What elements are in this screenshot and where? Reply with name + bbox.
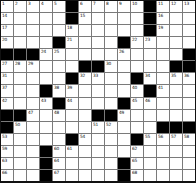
crossword-cell-r14c8[interactable] (105, 170, 117, 181)
crossword-cell-r1c7[interactable] (92, 13, 104, 24)
crossword-cell-r0c9[interactable]: 9 (118, 1, 130, 12)
black-cell-r9c7 (92, 110, 104, 121)
clue-number-6: 6 (80, 1, 82, 5)
clue-number-22: 22 (132, 37, 137, 41)
clue-number-35: 35 (171, 73, 176, 77)
crossword-cell-r4c10[interactable] (131, 49, 143, 60)
clue-number-62: 62 (132, 146, 137, 150)
black-cell-r6c10 (131, 73, 143, 84)
crossword-cell-r3c5[interactable]: 21 (66, 37, 78, 48)
crossword-cell-r7c1[interactable] (14, 85, 26, 96)
crossword-cell-r9c10[interactable] (131, 110, 143, 121)
crossword-cell-r0c10[interactable]: 10 (131, 1, 143, 12)
black-cell-r3c9 (118, 37, 130, 48)
black-cell-r8c4 (53, 98, 65, 109)
crossword-cell-r9c12[interactable] (157, 110, 169, 121)
crossword-cell-r2c9[interactable] (118, 25, 130, 36)
crossword-cell-r12c4[interactable]: 60 (53, 146, 65, 157)
crossword-cell-r12c5[interactable]: 61 (66, 146, 78, 157)
black-cell-r14c9 (118, 170, 130, 181)
crossword-cell-r4c8[interactable] (105, 49, 117, 60)
clue-number-59: 59 (2, 146, 7, 150)
clue-number-3: 3 (28, 1, 30, 5)
black-cell-r5c6 (79, 61, 91, 72)
crossword-cell-r10c4[interactable] (53, 122, 65, 133)
crossword-cell-r5c11[interactable] (144, 61, 156, 72)
crossword-cell-r1c13[interactable] (170, 13, 182, 24)
crossword-cell-r9c9[interactable]: 49 (118, 110, 130, 121)
black-cell-r9c8 (105, 110, 117, 121)
crossword-cell-r14c7[interactable] (92, 170, 104, 181)
crossword-cell-r11c1[interactable] (14, 134, 26, 145)
clue-number-50: 50 (15, 122, 20, 126)
black-cell-r5c13 (170, 61, 182, 72)
crossword-cell-r7c12[interactable]: 41 (157, 85, 169, 96)
crossword-cell-r10c10[interactable] (131, 122, 143, 133)
crossword-cell-r6c14[interactable]: 36 (183, 73, 195, 84)
crossword-cell-r10c9[interactable] (118, 122, 130, 133)
black-cell-r4c1 (14, 49, 26, 60)
crossword-cell-r6c11[interactable]: 34 (144, 73, 156, 84)
crossword-cell-r0c8[interactable]: 8 (105, 1, 117, 12)
clue-number-12: 12 (171, 1, 176, 5)
crossword-cell-r12c1[interactable] (14, 146, 26, 157)
crossword-cell-r10c1[interactable]: 50 (14, 122, 26, 133)
clue-number-29: 29 (28, 61, 33, 65)
crossword-cell-r13c6[interactable] (79, 158, 91, 169)
black-cell-r1c11 (144, 13, 156, 24)
crossword-cell-r1c1[interactable] (14, 13, 26, 24)
clue-number-14: 14 (2, 13, 7, 17)
crossword-cell-r11c3[interactable] (40, 134, 52, 145)
crossword-cell-r0c1[interactable]: 2 (14, 1, 26, 12)
crossword-cell-r11c13[interactable]: 57 (170, 134, 182, 145)
crossword-cell-r9c5[interactable] (66, 110, 78, 121)
crossword-cell-r2c4[interactable] (53, 25, 65, 36)
black-cell-r8c9 (118, 98, 130, 109)
crossword-cell-r11c7[interactable] (92, 134, 104, 145)
crossword-cell-r6c13[interactable]: 35 (170, 73, 182, 84)
clue-number-60: 60 (54, 146, 59, 150)
crossword-cell-r4c12[interactable] (157, 49, 169, 60)
clue-number-19: 19 (158, 25, 163, 29)
crossword-cell-r10c8[interactable]: 52 (105, 122, 117, 133)
crossword-cell-r8c8[interactable] (105, 98, 117, 109)
black-cell-r13c9 (118, 158, 130, 169)
black-cell-r4c2 (27, 49, 39, 60)
crossword-cell-r10c7[interactable]: 51 (92, 122, 104, 133)
crossword-cell-r7c7[interactable] (92, 85, 104, 96)
crossword-cell-r8c3[interactable]: 43 (40, 98, 52, 109)
black-cell-r13c3 (40, 158, 52, 169)
crossword-cell-r2c12[interactable]: 19 (157, 25, 169, 36)
crossword-cell-r11c0[interactable]: 53 (1, 134, 13, 145)
crossword-cell-r11c2[interactable] (27, 134, 39, 145)
crossword-cell-r10c5[interactable] (66, 122, 78, 133)
crossword-cell-r12c0[interactable]: 59 (1, 146, 13, 157)
black-cell-r5c7 (92, 61, 104, 72)
clue-number-68: 68 (132, 170, 137, 174)
clue-number-30: 30 (106, 61, 111, 65)
crossword-cell-r2c13[interactable] (170, 25, 182, 36)
crossword-cell-r3c13[interactable] (170, 37, 182, 48)
clue-number-40: 40 (132, 85, 137, 89)
crossword-cell-r5c1[interactable]: 28 (14, 61, 26, 72)
crossword-cell-r12c6[interactable] (79, 146, 91, 157)
clue-number-56: 56 (158, 134, 163, 138)
crossword-cell-r7c13[interactable] (170, 85, 182, 96)
clue-number-38: 38 (54, 85, 59, 89)
crossword-cell-r1c9[interactable] (118, 13, 130, 24)
crossword-cell-r8c5[interactable]: 44 (66, 98, 78, 109)
black-cell-r7c11 (144, 85, 156, 96)
crossword-cell-r4c3[interactable]: 24 (40, 49, 52, 60)
crossword-cell-r13c8[interactable] (105, 158, 117, 169)
crossword-cell-r10c3[interactable] (40, 122, 52, 133)
crossword-cell-r10c2[interactable] (27, 122, 39, 133)
clue-number-48: 48 (54, 110, 59, 114)
crossword-cell-r5c4[interactable] (53, 61, 65, 72)
crossword-cell-r11c4[interactable] (53, 134, 65, 145)
crossword-cell-r5c10[interactable] (131, 61, 143, 72)
clue-number-9: 9 (119, 1, 121, 5)
crossword-cell-r9c11[interactable] (144, 110, 156, 121)
crossword-cell-r5c9[interactable] (118, 61, 130, 72)
crossword-cell-r4c7[interactable] (92, 49, 104, 60)
crossword-cell-r9c14[interactable] (183, 110, 195, 121)
crossword-cell-r12c14[interactable] (183, 146, 195, 157)
crossword-cell-r0c13[interactable]: 12 (170, 1, 182, 12)
clue-number-17: 17 (2, 25, 7, 29)
crossword-cell-r1c6[interactable]: 15 (79, 13, 91, 24)
crossword-cell-r13c5[interactable] (66, 158, 78, 169)
crossword-cell-r6c9[interactable] (118, 73, 130, 84)
crossword-cell-r1c10[interactable] (131, 13, 143, 24)
crossword-cell-r11c9[interactable] (118, 134, 130, 145)
crossword-cell-r12c7[interactable] (92, 146, 104, 157)
crossword-cell-r11c12[interactable]: 56 (157, 134, 169, 145)
clue-number-65: 65 (132, 158, 137, 162)
crossword-cell-r3c3[interactable] (40, 37, 52, 48)
crossword-cell-r11c14[interactable]: 58 (183, 134, 195, 145)
clue-number-11: 11 (158, 1, 163, 5)
clue-number-28: 28 (15, 61, 20, 65)
clue-number-46: 46 (145, 98, 150, 102)
crossword-cell-r2c8[interactable] (105, 25, 117, 36)
crossword-cell-r13c13[interactable] (170, 158, 182, 169)
crossword-cell-r1c2[interactable] (27, 13, 39, 24)
crossword-cell-r4c5[interactable] (66, 49, 78, 60)
black-cell-r4c14 (183, 49, 195, 60)
crossword-cell-r0c7[interactable]: 7 (92, 1, 104, 12)
black-cell-r1c5 (66, 13, 78, 24)
crossword-cell-r7c4[interactable]: 38 (53, 85, 65, 96)
crossword-cell-r0c4[interactable]: 5 (53, 1, 65, 12)
crossword-cell-r13c2[interactable] (27, 158, 39, 169)
clue-number-26: 26 (119, 49, 124, 53)
crossword-cell-r0c14[interactable]: 13 (183, 1, 195, 12)
crossword-cell-r12c8[interactable] (105, 146, 117, 157)
crossword-cell-r8c2[interactable] (27, 98, 39, 109)
clue-number-1: 1 (2, 1, 4, 5)
clue-number-45: 45 (132, 98, 137, 102)
crossword-cell-r3c10[interactable]: 22 (131, 37, 143, 48)
crossword-cell-r4c13[interactable] (170, 49, 182, 60)
clue-number-42: 42 (2, 98, 7, 102)
crossword-cell-r6c0[interactable]: 31 (1, 73, 13, 84)
crossword-cell-r5c12[interactable] (157, 61, 169, 72)
crossword-cell-r8c6[interactable] (79, 98, 91, 109)
crossword-cell-r2c3[interactable] (40, 25, 52, 36)
black-cell-r14c3 (40, 170, 52, 181)
crossword-cell-r12c11[interactable] (144, 146, 156, 157)
clue-number-51: 51 (93, 122, 98, 126)
black-cell-r10c12 (157, 122, 169, 133)
crossword-cell-r2c0[interactable]: 17 (1, 25, 13, 36)
clue-number-21: 21 (67, 37, 72, 41)
crossword-cell-r13c12[interactable] (157, 158, 169, 169)
clue-number-13: 13 (184, 1, 189, 5)
crossword-cell-r13c4[interactable]: 64 (53, 158, 65, 169)
crossword-cell-r6c1[interactable] (14, 73, 26, 84)
crossword-cell-r5c2[interactable]: 29 (27, 61, 39, 72)
crossword-cell-r11c6[interactable]: 54 (79, 134, 91, 145)
crossword-cell-r8c13[interactable] (170, 98, 182, 109)
crossword-cell-r0c2[interactable]: 3 (27, 1, 39, 12)
crossword-cell-r7c0[interactable]: 37 (1, 85, 13, 96)
crossword-cell-r9c6[interactable] (79, 110, 91, 121)
crossword-cell-r13c1[interactable] (14, 158, 26, 169)
black-cell-r10c0 (1, 122, 13, 133)
crossword-cell-r2c7[interactable] (92, 25, 104, 36)
crossword-cell-r13c7[interactable] (92, 158, 104, 169)
crossword-cell-r0c6[interactable]: 6 (79, 1, 91, 12)
crossword-cell-r12c12[interactable] (157, 146, 169, 157)
black-cell-r2c11 (144, 25, 156, 36)
crossword-cell-r12c9[interactable] (118, 146, 130, 157)
crossword-cell-r8c0[interactable]: 42 (1, 98, 13, 109)
crossword-cell-r7c6[interactable] (79, 85, 91, 96)
clue-number-24: 24 (41, 49, 46, 53)
clue-number-25: 25 (54, 49, 59, 53)
clue-number-66: 66 (2, 170, 7, 174)
black-cell-r11c10 (131, 134, 143, 145)
crossword-cell-r2c5[interactable]: 18 (66, 25, 78, 36)
crossword-cell-r2c6[interactable] (79, 25, 91, 36)
clue-number-58: 58 (184, 134, 189, 138)
crossword-cell-r2c2[interactable] (27, 25, 39, 36)
crossword-cell-r0c12[interactable]: 11 (157, 1, 169, 12)
crossword-cell-r14c5[interactable] (66, 170, 78, 181)
crossword-cell-r1c3[interactable] (40, 13, 52, 24)
crossword-cell-r9c2[interactable]: 47 (27, 110, 39, 121)
black-cell-r5c14 (183, 61, 195, 72)
crossword-cell-r12c2[interactable] (27, 146, 39, 157)
clue-number-47: 47 (28, 110, 33, 114)
clue-number-32: 32 (80, 73, 85, 77)
crossword-cell-r6c8[interactable] (105, 73, 117, 84)
crossword-cell-r0c3[interactable]: 4 (40, 1, 52, 12)
crossword-cell-r1c4[interactable] (53, 13, 65, 24)
crossword-cell-r8c7[interactable] (92, 98, 104, 109)
black-cell-r11c5 (66, 134, 78, 145)
crossword-grid: 1234567891011121314151617181920212223242… (0, 0, 196, 183)
crossword-cell-r14c6[interactable] (79, 170, 91, 181)
crossword-cell-r9c4[interactable]: 48 (53, 110, 65, 121)
clue-number-33: 33 (93, 73, 98, 77)
clue-number-10: 10 (132, 1, 137, 5)
crossword-cell-r12c13[interactable] (170, 146, 182, 157)
crossword-cell-r8c11[interactable]: 46 (144, 98, 156, 109)
clue-number-41: 41 (158, 85, 163, 89)
clue-number-20: 20 (2, 37, 7, 41)
crossword-cell-r3c12[interactable] (157, 37, 169, 48)
black-cell-r12c3 (40, 146, 52, 157)
clue-number-27: 27 (2, 61, 7, 65)
crossword-cell-r3c7[interactable] (92, 37, 104, 48)
clue-number-5: 5 (54, 1, 56, 5)
crossword-cell-r14c11[interactable] (144, 170, 156, 181)
crossword-cell-r3c0[interactable]: 20 (1, 37, 13, 48)
black-cell-r7c3 (40, 85, 52, 96)
crossword-cell-r14c14[interactable] (183, 170, 195, 181)
clue-number-36: 36 (184, 73, 189, 77)
clue-number-43: 43 (41, 98, 46, 102)
clue-number-57: 57 (171, 134, 176, 138)
crossword-cell-r4c4[interactable]: 25 (53, 49, 65, 60)
crossword-cell-r1c14[interactable] (183, 13, 195, 24)
crossword-cell-r6c12[interactable] (157, 73, 169, 84)
crossword-cell-r3c8[interactable] (105, 37, 117, 48)
crossword-cell-r13c11[interactable] (144, 158, 156, 169)
clue-number-34: 34 (145, 73, 150, 77)
crossword-cell-r13c0[interactable]: 63 (1, 158, 13, 169)
crossword-cell-r9c13[interactable] (170, 110, 182, 121)
crossword-cell-r5c3[interactable] (40, 61, 52, 72)
clue-number-39: 39 (67, 85, 72, 89)
crossword-cell-r6c3[interactable] (40, 73, 52, 84)
clue-number-37: 37 (2, 85, 7, 89)
crossword-cell-r7c10[interactable]: 40 (131, 85, 143, 96)
crossword-cell-r3c6[interactable] (79, 37, 91, 48)
crossword-cell-r14c4[interactable]: 67 (53, 170, 65, 181)
black-cell-r10c14 (183, 122, 195, 133)
clue-number-8: 8 (106, 1, 108, 5)
crossword-cell-r8c1[interactable] (14, 98, 26, 109)
clue-number-4: 4 (41, 1, 43, 5)
clue-number-55: 55 (145, 134, 150, 138)
crossword-cell-r8c10[interactable]: 45 (131, 98, 143, 109)
crossword-cell-r7c9[interactable] (118, 85, 130, 96)
crossword-cell-r3c1[interactable] (14, 37, 26, 48)
crossword-cell-r8c12[interactable] (157, 98, 169, 109)
crossword-cell-r6c2[interactable] (27, 73, 39, 84)
clue-number-63: 63 (2, 158, 7, 162)
crossword-cell-r1c12[interactable]: 16 (157, 13, 169, 24)
crossword-cell-r14c10[interactable]: 68 (131, 170, 143, 181)
crossword-cell-r14c2[interactable] (27, 170, 39, 181)
crossword-cell-r14c12[interactable] (157, 170, 169, 181)
crossword-cell-r14c1[interactable] (14, 170, 26, 181)
black-cell-r0c11 (144, 1, 156, 12)
crossword-cell-r1c8[interactable] (105, 13, 117, 24)
clue-number-23: 23 (145, 37, 150, 41)
crossword-cell-r6c7[interactable]: 33 (92, 73, 104, 84)
crossword-cell-r9c3[interactable] (40, 110, 52, 121)
crossword-cell-r6c6[interactable]: 32 (79, 73, 91, 84)
clue-number-7: 7 (93, 1, 95, 5)
crossword-cell-r2c10[interactable] (131, 25, 143, 36)
black-cell-r9c0 (1, 110, 13, 121)
crossword-cell-r4c9[interactable]: 26 (118, 49, 130, 60)
crossword-cell-r13c10[interactable]: 65 (131, 158, 143, 169)
crossword-cell-r11c8[interactable] (105, 134, 117, 145)
crossword-cell-r12c10[interactable]: 62 (131, 146, 143, 157)
clue-number-2: 2 (15, 1, 17, 5)
crossword-cell-r3c11[interactable]: 23 (144, 37, 156, 48)
black-cell-r3c4 (53, 37, 65, 48)
clue-number-61: 61 (67, 146, 72, 150)
crossword-cell-r8c14[interactable] (183, 98, 195, 109)
crossword-cell-r13c14[interactable] (183, 158, 195, 169)
clue-number-64: 64 (54, 158, 59, 162)
crossword-cell-r5c0[interactable]: 27 (1, 61, 13, 72)
clue-number-44: 44 (67, 98, 72, 102)
crossword-cell-r2c1[interactable] (14, 25, 26, 36)
crossword-cell-r5c5[interactable] (66, 61, 78, 72)
black-cell-r9c1 (14, 110, 26, 121)
crossword-cell-r7c2[interactable] (27, 85, 39, 96)
crossword-cell-r2c14[interactable] (183, 25, 195, 36)
crossword-cell-r7c14[interactable] (183, 85, 195, 96)
crossword-cell-r11c11[interactable]: 55 (144, 134, 156, 145)
crossword-cell-r14c0[interactable]: 66 (1, 170, 13, 181)
clue-number-49: 49 (119, 110, 124, 114)
clue-number-67: 67 (54, 170, 59, 174)
crossword-cell-r6c4[interactable] (53, 73, 65, 84)
crossword-cell-r5c8[interactable]: 30 (105, 61, 117, 72)
crossword-cell-r10c11[interactable] (144, 122, 156, 133)
black-cell-r0c5 (66, 1, 78, 12)
crossword-cell-r1c0[interactable]: 14 (1, 13, 13, 24)
black-cell-r10c13 (170, 122, 182, 133)
clue-number-31: 31 (2, 73, 7, 77)
crossword-cell-r10c6[interactable] (79, 122, 91, 133)
clue-number-53: 53 (2, 134, 7, 138)
crossword-cell-r3c2[interactable] (27, 37, 39, 48)
crossword-cell-r3c14[interactable] (183, 37, 195, 48)
black-cell-r4c0 (1, 49, 13, 60)
clue-number-15: 15 (80, 13, 85, 17)
clue-number-52: 52 (106, 122, 111, 126)
crossword-cell-r0c0[interactable]: 1 (1, 1, 13, 12)
black-cell-r6c5 (66, 73, 78, 84)
crossword-cell-r4c6[interactable] (79, 49, 91, 60)
crossword-cell-r7c5[interactable]: 39 (66, 85, 78, 96)
crossword-cell-r7c8[interactable] (105, 85, 117, 96)
clue-number-16: 16 (158, 13, 163, 17)
clue-number-18: 18 (67, 25, 72, 29)
crossword-cell-r4c11[interactable] (144, 49, 156, 60)
clue-number-54: 54 (80, 134, 85, 138)
crossword-cell-r14c13[interactable] (170, 170, 182, 181)
